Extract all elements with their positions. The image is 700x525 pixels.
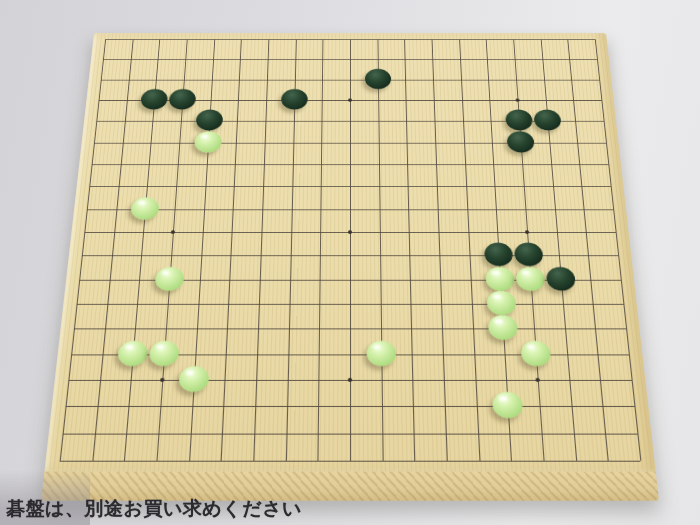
black-stone: [533, 110, 561, 131]
star-point: [348, 378, 352, 382]
grid-line-v: [432, 39, 448, 460]
grid-line-h: [65, 406, 634, 407]
white-stone: [486, 267, 516, 291]
grid-line-v: [221, 39, 242, 460]
white-stone: [131, 197, 160, 219]
grid-line-h: [63, 433, 638, 434]
grid-line-v: [377, 39, 383, 460]
go-board: [41, 33, 659, 501]
go-board-wood: [41, 33, 659, 501]
white-stone: [520, 340, 551, 365]
caption: 碁盤は、別途お買い求めください: [6, 496, 302, 522]
star-point: [535, 378, 540, 382]
grid-line-h: [74, 329, 626, 330]
white-stone: [154, 267, 184, 291]
grid-line-v: [459, 39, 480, 460]
grid-line-h: [77, 304, 624, 305]
white-stone: [488, 315, 518, 340]
white-stone: [194, 131, 222, 152]
white-stone: [149, 340, 180, 365]
grid-line-v: [540, 39, 576, 460]
board-surface: [44, 33, 655, 472]
grid-line-v: [318, 39, 324, 460]
grid-line-v: [60, 39, 106, 460]
grid-line-v: [350, 39, 351, 460]
grid-line-v: [253, 39, 269, 460]
black-stone: [169, 89, 197, 110]
product-photo-scene: 碁盤は、別途お買い求めください: [0, 0, 700, 525]
black-stone: [195, 110, 223, 131]
black-stone: [505, 110, 533, 131]
white-stone: [492, 392, 523, 418]
black-stone: [545, 267, 575, 291]
white-stone: [178, 366, 209, 392]
grid-line-v: [568, 39, 609, 460]
black-stone: [514, 243, 544, 266]
black-stone: [281, 89, 308, 110]
star-point: [516, 98, 520, 101]
star-point: [348, 230, 352, 234]
grid-line-h: [60, 461, 641, 462]
star-point: [525, 230, 529, 234]
white-stone: [515, 267, 545, 291]
white-stone: [366, 340, 396, 365]
white-stone: [487, 291, 517, 315]
star-point: [348, 98, 352, 101]
black-stone: [484, 243, 514, 266]
star-point: [160, 378, 165, 382]
black-stone: [365, 69, 391, 89]
grid-line-v: [404, 39, 415, 460]
star-point: [171, 230, 175, 234]
black-stone: [140, 89, 168, 110]
black-stone: [506, 131, 534, 152]
grid: [60, 39, 641, 460]
white-stone: [118, 340, 149, 365]
